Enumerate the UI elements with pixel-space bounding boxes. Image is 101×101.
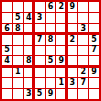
cell-r7c4[interactable] <box>35 67 45 77</box>
cell-r9c1[interactable] <box>2 89 12 99</box>
cell-r4c5: 8 <box>46 35 56 45</box>
cell-r3c3[interactable] <box>24 24 34 34</box>
cell-r7c6[interactable] <box>56 67 66 77</box>
cell-r5c3[interactable] <box>24 46 34 56</box>
cell-r3c8: 3 <box>78 24 88 34</box>
cell-r6c6: 9 <box>56 56 66 66</box>
cell-r7c3[interactable] <box>24 67 34 77</box>
cell-r5c8[interactable] <box>78 46 88 56</box>
cell-r1c8[interactable] <box>78 2 88 12</box>
cell-r7c7[interactable] <box>67 67 77 77</box>
cell-r5c4[interactable] <box>35 46 45 56</box>
cell-r1c1[interactable] <box>2 2 12 12</box>
cell-r2c1[interactable] <box>2 13 12 23</box>
cell-r2c5[interactable] <box>46 13 56 23</box>
cell-r3c5[interactable] <box>46 24 56 34</box>
cell-r4c2[interactable] <box>13 35 23 45</box>
cell-r9c9[interactable] <box>89 89 99 99</box>
cell-r2c6[interactable] <box>56 13 66 23</box>
cell-r6c8[interactable] <box>78 56 88 66</box>
cell-r7c9: 9 <box>89 67 99 77</box>
cell-r3c1: 6 <box>2 24 12 34</box>
cell-r4c9: 5 <box>89 35 99 45</box>
cell-r1c3[interactable] <box>24 2 34 12</box>
cell-r6c3: 8 <box>24 56 34 66</box>
cell-r1c2[interactable] <box>13 2 23 12</box>
cell-r3c6[interactable] <box>56 24 66 34</box>
cell-r1c6: 2 <box>56 2 66 12</box>
cell-r1c9[interactable] <box>89 2 99 12</box>
cell-r8c1[interactable] <box>2 78 12 88</box>
cell-r9c7[interactable] <box>67 89 77 99</box>
cell-r2c7[interactable] <box>67 13 77 23</box>
cell-r3c4[interactable] <box>35 24 45 34</box>
cell-r4c8[interactable] <box>78 35 88 45</box>
cell-r7c2: 1 <box>13 67 23 77</box>
cell-r8c2[interactable] <box>13 78 23 88</box>
cell-r1c4[interactable] <box>35 2 45 12</box>
cell-r2c3: 4 <box>24 13 34 23</box>
cell-r4c6[interactable] <box>56 35 66 45</box>
cell-r6c9[interactable] <box>89 56 99 66</box>
cell-r9c3: 3 <box>24 89 34 99</box>
cell-r5c9: 7 <box>89 46 99 56</box>
cell-r4c4: 7 <box>35 35 45 45</box>
cell-r7c8: 2 <box>78 67 88 77</box>
cell-r1c7: 9 <box>67 2 77 12</box>
cell-r9c2[interactable] <box>13 89 23 99</box>
cell-r3c7[interactable] <box>67 24 77 34</box>
cell-r9c6[interactable] <box>56 89 66 99</box>
cell-r6c7[interactable] <box>67 56 77 66</box>
cell-r2c9[interactable] <box>89 13 99 23</box>
cell-r6c5: 5 <box>46 56 56 66</box>
cell-r9c8[interactable] <box>78 89 88 99</box>
cell-r4c1[interactable] <box>2 35 12 45</box>
cell-r6c4[interactable] <box>35 56 45 66</box>
cell-r8c8: 7 <box>78 78 88 88</box>
cell-r6c1: 4 <box>2 56 12 66</box>
cell-r2c8[interactable] <box>78 13 88 23</box>
cell-r1c5: 6 <box>46 2 56 12</box>
cell-r5c6[interactable] <box>56 46 66 56</box>
cell-r8c9[interactable] <box>89 78 99 88</box>
cell-r4c3[interactable] <box>24 35 34 45</box>
cell-r7c1[interactable] <box>2 67 12 77</box>
cell-r5c1: 5 <box>2 46 12 56</box>
cell-r2c4: 3 <box>35 13 45 23</box>
cell-r8c6: 1 <box>56 78 66 88</box>
cell-r5c5[interactable] <box>46 46 56 56</box>
cell-r6c2[interactable] <box>13 56 23 66</box>
cell-r8c3[interactable] <box>24 78 34 88</box>
cell-r4c7: 2 <box>67 35 77 45</box>
cell-r9c5: 9 <box>46 89 56 99</box>
cell-r8c7: 3 <box>67 78 77 88</box>
cell-r5c7[interactable] <box>67 46 77 56</box>
cell-r3c2: 8 <box>13 24 23 34</box>
cell-r5c2[interactable] <box>13 46 23 56</box>
cell-r8c5[interactable] <box>46 78 56 88</box>
cell-r2c2: 5 <box>13 13 23 23</box>
cell-r9c4: 5 <box>35 89 45 99</box>
cell-r8c4[interactable] <box>35 78 45 88</box>
cell-r7c5[interactable] <box>46 67 56 77</box>
cell-r3c9[interactable] <box>89 24 99 34</box>
sudoku-board: 6295436837825574859129137359 <box>0 0 101 101</box>
